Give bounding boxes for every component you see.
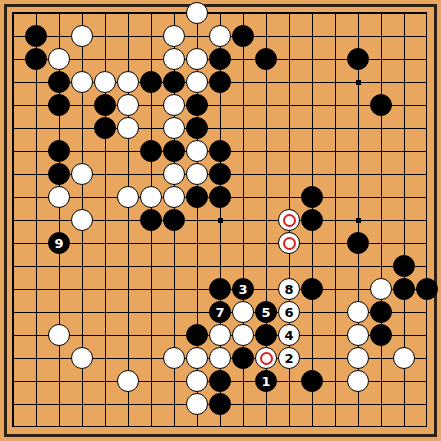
white-stone: [163, 163, 185, 185]
black-stone: [163, 140, 185, 162]
move-number-label: 9: [54, 237, 63, 250]
white-stone: [186, 2, 208, 24]
black-stone: [209, 140, 231, 162]
move-number-label: 8: [284, 283, 293, 296]
white-stone: [255, 347, 277, 369]
white-stone: [163, 347, 185, 369]
star-point: [356, 218, 361, 223]
black-stone: [347, 232, 369, 254]
black-stone: [209, 163, 231, 185]
move-number-label: 1: [261, 375, 270, 388]
black-stone: 1: [255, 370, 277, 392]
black-stone: 9: [48, 232, 70, 254]
black-stone: [301, 370, 323, 392]
white-stone: [117, 186, 139, 208]
white-stone: [163, 48, 185, 70]
black-stone: [25, 48, 47, 70]
black-stone: 3: [232, 278, 254, 300]
white-stone: [117, 94, 139, 116]
white-stone: [209, 25, 231, 47]
white-stone: [186, 163, 208, 185]
white-stone: [278, 209, 300, 231]
black-stone: [186, 324, 208, 346]
white-stone: [232, 301, 254, 323]
white-stone: [71, 347, 93, 369]
black-stone: [94, 94, 116, 116]
white-stone: [186, 347, 208, 369]
circle-mark: [283, 214, 296, 227]
white-stone: [347, 347, 369, 369]
black-stone: [209, 71, 231, 93]
black-stone: [186, 186, 208, 208]
circle-mark: [260, 352, 273, 365]
move-number-label: 4: [284, 329, 293, 342]
black-stone: [163, 71, 185, 93]
white-stone: [163, 25, 185, 47]
black-stone: [140, 140, 162, 162]
black-stone: [48, 94, 70, 116]
move-number-label: 7: [215, 306, 224, 319]
black-stone: [416, 278, 438, 300]
black-stone: [209, 393, 231, 415]
black-stone: [163, 209, 185, 231]
white-stone: [48, 324, 70, 346]
black-stone: [209, 186, 231, 208]
black-stone: [301, 209, 323, 231]
star-point: [218, 218, 223, 223]
white-stone: [186, 71, 208, 93]
white-stone: [232, 324, 254, 346]
white-stone: [48, 186, 70, 208]
white-stone: [209, 347, 231, 369]
white-stone: 8: [278, 278, 300, 300]
move-number-label: 5: [261, 306, 270, 319]
white-stone: [117, 370, 139, 392]
black-stone: [140, 209, 162, 231]
black-stone: [209, 48, 231, 70]
black-stone: [370, 94, 392, 116]
white-stone: [117, 71, 139, 93]
black-stone: 7: [209, 301, 231, 323]
black-stone: [25, 25, 47, 47]
circle-mark: [283, 237, 296, 250]
white-stone: [71, 163, 93, 185]
move-number-label: 2: [284, 352, 293, 365]
white-stone: 6: [278, 301, 300, 323]
white-stone: [186, 393, 208, 415]
black-stone: [186, 94, 208, 116]
white-stone: 2: [278, 347, 300, 369]
move-number-label: 3: [238, 283, 247, 296]
black-stone: [255, 48, 277, 70]
white-stone: [163, 94, 185, 116]
star-point: [356, 80, 361, 85]
white-stone: [347, 301, 369, 323]
black-stone: [94, 117, 116, 139]
white-stone: [94, 71, 116, 93]
black-stone: [140, 71, 162, 93]
white-stone: [117, 117, 139, 139]
black-stone: [48, 163, 70, 185]
white-stone: [140, 186, 162, 208]
white-stone: [347, 324, 369, 346]
white-stone: [71, 209, 93, 231]
black-stone: [370, 324, 392, 346]
black-stone: [301, 186, 323, 208]
white-stone: [186, 370, 208, 392]
black-stone: 5: [255, 301, 277, 323]
black-stone: [393, 255, 415, 277]
black-stone: [209, 370, 231, 392]
white-stone: 4: [278, 324, 300, 346]
black-stone: [232, 347, 254, 369]
white-stone: [347, 370, 369, 392]
white-stone: [186, 140, 208, 162]
black-stone: [255, 324, 277, 346]
white-stone: [163, 117, 185, 139]
white-stone: [209, 324, 231, 346]
black-stone: [48, 140, 70, 162]
black-stone: [186, 117, 208, 139]
go-board: 938756421: [0, 0, 441, 441]
white-stone: [278, 232, 300, 254]
white-stone: [370, 278, 392, 300]
white-stone: [71, 25, 93, 47]
black-stone: [301, 278, 323, 300]
black-stone: [232, 25, 254, 47]
black-stone: [370, 301, 392, 323]
white-stone: [393, 347, 415, 369]
move-number-label: 6: [284, 306, 293, 319]
white-stone: [71, 71, 93, 93]
white-stone: [48, 48, 70, 70]
white-stone: [186, 48, 208, 70]
black-stone: [48, 71, 70, 93]
black-stone: [393, 278, 415, 300]
white-stone: [163, 186, 185, 208]
black-stone: [209, 278, 231, 300]
black-stone: [347, 48, 369, 70]
